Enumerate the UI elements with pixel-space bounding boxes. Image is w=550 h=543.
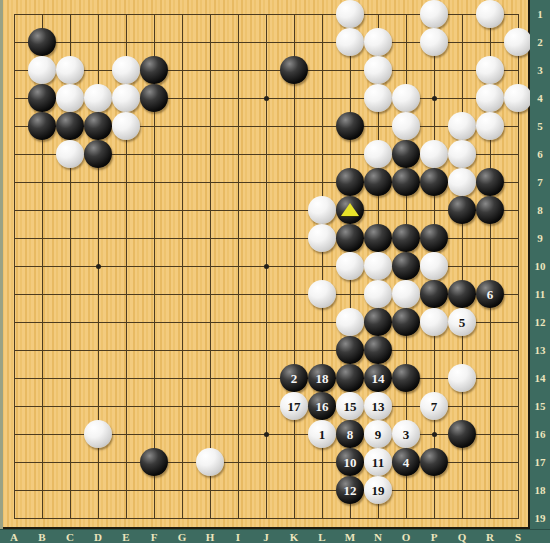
stone-P2[interactable]	[420, 28, 448, 56]
stone-P12[interactable]	[420, 308, 448, 336]
stone-K3[interactable]	[280, 56, 308, 84]
move-number-18: 18	[308, 365, 336, 393]
stone-O14[interactable]	[392, 364, 420, 392]
stone-N18[interactable]: 19	[364, 476, 392, 504]
stone-B5[interactable]	[28, 112, 56, 140]
column-label-R: R	[486, 531, 494, 543]
stone-N3[interactable]	[364, 56, 392, 84]
stone-E4[interactable]	[112, 84, 140, 112]
column-label-N: N	[374, 531, 382, 543]
stone-L16[interactable]: 1	[308, 420, 336, 448]
stone-R1[interactable]	[476, 0, 504, 28]
column-label-B: B	[38, 531, 45, 543]
move-number-19: 19	[364, 477, 392, 505]
row-label-16: 16	[530, 429, 550, 440]
column-label-L: L	[318, 531, 325, 543]
stone-O12[interactable]	[392, 308, 420, 336]
stone-C4[interactable]	[56, 84, 84, 112]
column-label-P: P	[431, 531, 438, 543]
stone-O6[interactable]	[392, 140, 420, 168]
stone-L8[interactable]	[308, 196, 336, 224]
triangle-mark	[341, 203, 359, 216]
stone-N2[interactable]	[364, 28, 392, 56]
stone-N6[interactable]	[364, 140, 392, 168]
stone-L9[interactable]	[308, 224, 336, 252]
stone-Q8[interactable]	[448, 196, 476, 224]
column-label-E: E	[122, 531, 129, 543]
stone-L15[interactable]: 16	[308, 392, 336, 420]
column-label-K: K	[290, 531, 299, 543]
stone-M13[interactable]	[336, 336, 364, 364]
stone-M15[interactable]: 15	[336, 392, 364, 420]
row-label-12: 12	[530, 317, 550, 328]
stone-Q16[interactable]	[448, 420, 476, 448]
move-number-7: 7	[420, 393, 448, 421]
column-label-H: H	[206, 531, 215, 543]
row-label-4: 4	[530, 93, 550, 104]
stone-N13[interactable]	[364, 336, 392, 364]
column-label-I: I	[236, 531, 240, 543]
stone-D6[interactable]	[84, 140, 112, 168]
stone-O4[interactable]	[392, 84, 420, 112]
stone-R11[interactable]: 6	[476, 280, 504, 308]
move-number-10: 10	[336, 449, 364, 477]
stone-M12[interactable]	[336, 308, 364, 336]
goban-grid[interactable]: 65218141716151371893101141219	[14, 14, 519, 519]
stone-P7[interactable]	[420, 168, 448, 196]
stone-E3[interactable]	[112, 56, 140, 84]
move-number-5: 5	[448, 309, 476, 337]
stone-M17[interactable]: 10	[336, 448, 364, 476]
stone-N7[interactable]	[364, 168, 392, 196]
stone-C6[interactable]	[56, 140, 84, 168]
stone-R4[interactable]	[476, 84, 504, 112]
column-label-Q: Q	[458, 531, 467, 543]
stone-N14[interactable]: 14	[364, 364, 392, 392]
move-number-16: 16	[308, 393, 336, 421]
move-number-9: 9	[364, 421, 392, 449]
stone-N12[interactable]	[364, 308, 392, 336]
stone-O11[interactable]	[392, 280, 420, 308]
move-number-14: 14	[364, 365, 392, 393]
row-label-1: 1	[530, 9, 550, 20]
stone-S4[interactable]	[504, 84, 532, 112]
stone-Q12[interactable]: 5	[448, 308, 476, 336]
stone-R7[interactable]	[476, 168, 504, 196]
stone-M9[interactable]	[336, 224, 364, 252]
move-number-8: 8	[336, 421, 364, 449]
stone-L11[interactable]	[308, 280, 336, 308]
stone-B4[interactable]	[28, 84, 56, 112]
row-label-19: 19	[530, 513, 550, 524]
stone-D5[interactable]	[84, 112, 112, 140]
move-number-12: 12	[336, 477, 364, 505]
star-point	[264, 264, 269, 269]
row-label-14: 14	[530, 373, 550, 384]
stone-B3[interactable]	[28, 56, 56, 84]
stone-M10[interactable]	[336, 252, 364, 280]
stone-N11[interactable]	[364, 280, 392, 308]
move-number-2: 2	[280, 365, 308, 393]
move-number-15: 15	[336, 393, 364, 421]
stone-P1[interactable]	[420, 0, 448, 28]
column-label-G: G	[178, 531, 187, 543]
stone-N16[interactable]: 9	[364, 420, 392, 448]
stone-F17[interactable]	[140, 448, 168, 476]
move-number-6: 6	[476, 281, 504, 309]
row-label-17: 17	[530, 457, 550, 468]
row-label-8: 8	[530, 205, 550, 216]
stone-O17[interactable]: 4	[392, 448, 420, 476]
stone-L14[interactable]: 18	[308, 364, 336, 392]
stone-B2[interactable]	[28, 28, 56, 56]
row-label-6: 6	[530, 149, 550, 160]
stone-N9[interactable]	[364, 224, 392, 252]
column-label-O: O	[402, 531, 411, 543]
stone-K14[interactable]: 2	[280, 364, 308, 392]
stone-H17[interactable]	[196, 448, 224, 476]
stone-N17[interactable]: 11	[364, 448, 392, 476]
column-label-F: F	[151, 531, 158, 543]
row-label-3: 3	[530, 65, 550, 76]
stone-P17[interactable]	[420, 448, 448, 476]
stone-D4[interactable]	[84, 84, 112, 112]
stone-O7[interactable]	[392, 168, 420, 196]
stone-O9[interactable]	[392, 224, 420, 252]
row-label-15: 15	[530, 401, 550, 412]
star-point	[264, 432, 269, 437]
stone-Q7[interactable]	[448, 168, 476, 196]
column-label-A: A	[10, 531, 18, 543]
board-left-edge	[0, 0, 3, 529]
stone-R3[interactable]	[476, 56, 504, 84]
stone-O16[interactable]: 3	[392, 420, 420, 448]
stone-Q6[interactable]	[448, 140, 476, 168]
stone-Q11[interactable]	[448, 280, 476, 308]
stone-M5[interactable]	[336, 112, 364, 140]
star-point	[264, 96, 269, 101]
stone-R5[interactable]	[476, 112, 504, 140]
stone-P11[interactable]	[420, 280, 448, 308]
move-number-4: 4	[392, 449, 420, 477]
stone-E5[interactable]	[112, 112, 140, 140]
column-label-M: M	[345, 531, 355, 543]
stone-M18[interactable]: 12	[336, 476, 364, 504]
goban[interactable]: 65218141716151371893101141219	[0, 0, 530, 529]
stone-N10[interactable]	[364, 252, 392, 280]
row-label-11: 11	[530, 289, 550, 300]
stone-Q5[interactable]	[448, 112, 476, 140]
column-label-D: D	[94, 531, 102, 543]
move-number-11: 11	[364, 449, 392, 477]
row-label-13: 13	[530, 345, 550, 356]
stone-D16[interactable]	[84, 420, 112, 448]
row-label-5: 5	[530, 121, 550, 132]
row-label-10: 10	[530, 261, 550, 272]
column-label-S: S	[515, 531, 521, 543]
stone-N4[interactable]	[364, 84, 392, 112]
row-label-2: 2	[530, 37, 550, 48]
stone-P9[interactable]	[420, 224, 448, 252]
stone-S2[interactable]	[504, 28, 532, 56]
column-label-C: C	[66, 531, 74, 543]
move-number-3: 3	[392, 421, 420, 449]
stone-O10[interactable]	[392, 252, 420, 280]
move-number-1: 1	[308, 421, 336, 449]
move-number-17: 17	[280, 393, 308, 421]
move-number-13: 13	[364, 393, 392, 421]
stone-N15[interactable]: 13	[364, 392, 392, 420]
stone-F3[interactable]	[140, 56, 168, 84]
stone-O5[interactable]	[392, 112, 420, 140]
row-label-18: 18	[530, 485, 550, 496]
stone-M8[interactable]	[336, 196, 364, 224]
star-point	[432, 96, 437, 101]
stone-M7[interactable]	[336, 168, 364, 196]
stone-P15[interactable]: 7	[420, 392, 448, 420]
stone-M16[interactable]: 8	[336, 420, 364, 448]
stone-C5[interactable]	[56, 112, 84, 140]
stone-Q14[interactable]	[448, 364, 476, 392]
stone-M1[interactable]	[336, 0, 364, 28]
stone-M2[interactable]	[336, 28, 364, 56]
stone-C3[interactable]	[56, 56, 84, 84]
star-point	[96, 264, 101, 269]
row-label-7: 7	[530, 177, 550, 188]
stone-M14[interactable]	[336, 364, 364, 392]
stone-P6[interactable]	[420, 140, 448, 168]
column-coordinate-strip: ABCDEFGHIJKLMNOPQRS	[0, 529, 550, 543]
column-label-J: J	[263, 531, 269, 543]
row-label-9: 9	[530, 233, 550, 244]
go-board-app: 65218141716151371893101141219 1234567891…	[0, 0, 550, 543]
stone-P10[interactable]	[420, 252, 448, 280]
stone-F4[interactable]	[140, 84, 168, 112]
stone-K15[interactable]: 17	[280, 392, 308, 420]
star-point	[432, 432, 437, 437]
stone-R8[interactable]	[476, 196, 504, 224]
row-coordinate-strip: 12345678910111213141516171819	[530, 0, 550, 529]
